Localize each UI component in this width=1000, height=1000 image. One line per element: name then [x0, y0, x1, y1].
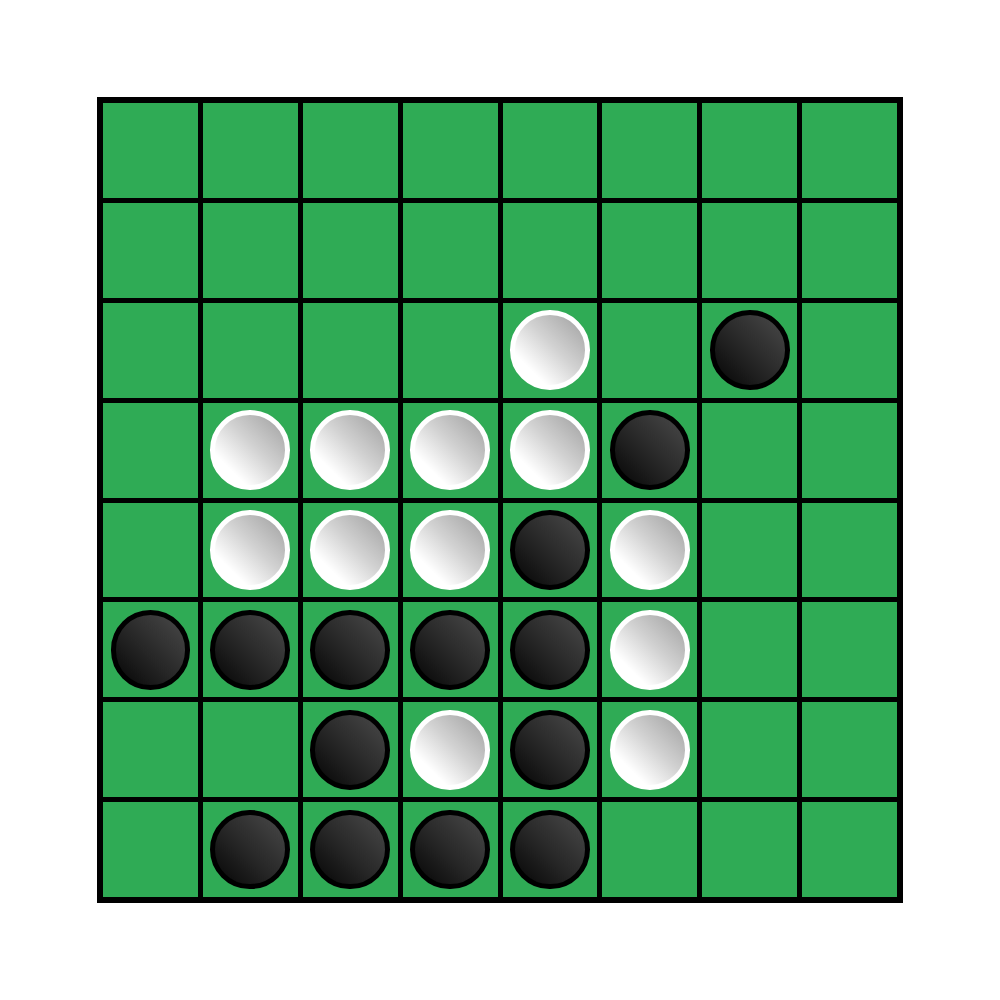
cell-a4[interactable]: [103, 403, 198, 498]
black-disc: [510, 610, 590, 690]
cell-d7[interactable]: [403, 702, 498, 797]
cell-d5[interactable]: [403, 503, 498, 598]
white-disc: [610, 610, 690, 690]
black-disc: [510, 810, 590, 890]
cell-c5[interactable]: [303, 503, 398, 598]
cell-e8[interactable]: [503, 802, 598, 897]
cell-e4[interactable]: [503, 403, 598, 498]
black-disc: [710, 310, 790, 390]
cell-e7[interactable]: [503, 702, 598, 797]
white-disc: [510, 310, 590, 390]
cell-c3[interactable]: [303, 303, 398, 398]
cell-a6[interactable]: [103, 602, 198, 697]
black-disc: [510, 710, 590, 790]
black-disc: [410, 610, 490, 690]
black-disc: [510, 510, 590, 590]
cell-f7[interactable]: [602, 702, 697, 797]
othello-board: [97, 97, 903, 903]
cell-g6[interactable]: [702, 602, 797, 697]
cell-h1[interactable]: [802, 103, 897, 198]
black-disc: [310, 810, 390, 890]
white-disc: [210, 510, 290, 590]
black-disc: [210, 810, 290, 890]
cell-b6[interactable]: [203, 602, 298, 697]
white-disc: [510, 410, 590, 490]
cell-c1[interactable]: [303, 103, 398, 198]
black-disc: [210, 610, 290, 690]
black-disc: [410, 810, 490, 890]
cell-h6[interactable]: [802, 602, 897, 697]
cell-g8[interactable]: [702, 802, 797, 897]
cell-d3[interactable]: [403, 303, 498, 398]
cell-h2[interactable]: [802, 203, 897, 298]
cell-b7[interactable]: [203, 702, 298, 797]
black-disc: [111, 610, 191, 690]
cell-e6[interactable]: [503, 602, 598, 697]
cell-d8[interactable]: [403, 802, 498, 897]
cell-h4[interactable]: [802, 403, 897, 498]
cell-h5[interactable]: [802, 503, 897, 598]
cell-b1[interactable]: [203, 103, 298, 198]
cell-d6[interactable]: [403, 602, 498, 697]
cell-d4[interactable]: [403, 403, 498, 498]
cell-e3[interactable]: [503, 303, 598, 398]
white-disc: [410, 710, 490, 790]
cell-h7[interactable]: [802, 702, 897, 797]
cell-f1[interactable]: [602, 103, 697, 198]
cell-g5[interactable]: [702, 503, 797, 598]
cell-b3[interactable]: [203, 303, 298, 398]
black-disc: [310, 710, 390, 790]
white-disc: [610, 710, 690, 790]
cell-f6[interactable]: [602, 602, 697, 697]
cell-a1[interactable]: [103, 103, 198, 198]
cell-f8[interactable]: [602, 802, 697, 897]
cell-g7[interactable]: [702, 702, 797, 797]
cell-h3[interactable]: [802, 303, 897, 398]
cell-h8[interactable]: [802, 802, 897, 897]
cell-e1[interactable]: [503, 103, 598, 198]
cell-c6[interactable]: [303, 602, 398, 697]
cell-a5[interactable]: [103, 503, 198, 598]
cell-d2[interactable]: [403, 203, 498, 298]
cell-a7[interactable]: [103, 702, 198, 797]
cell-f5[interactable]: [602, 503, 697, 598]
cell-b4[interactable]: [203, 403, 298, 498]
black-disc: [310, 610, 390, 690]
cell-b8[interactable]: [203, 802, 298, 897]
cell-f2[interactable]: [602, 203, 697, 298]
cell-g1[interactable]: [702, 103, 797, 198]
cell-c4[interactable]: [303, 403, 398, 498]
cell-b5[interactable]: [203, 503, 298, 598]
cell-e2[interactable]: [503, 203, 598, 298]
cell-f4[interactable]: [602, 403, 697, 498]
cell-a3[interactable]: [103, 303, 198, 398]
white-disc: [410, 410, 490, 490]
cell-g3[interactable]: [702, 303, 797, 398]
cell-c7[interactable]: [303, 702, 398, 797]
white-disc: [410, 510, 490, 590]
cell-c8[interactable]: [303, 802, 398, 897]
white-disc: [210, 410, 290, 490]
cell-c2[interactable]: [303, 203, 398, 298]
cell-a8[interactable]: [103, 802, 198, 897]
cell-f3[interactable]: [602, 303, 697, 398]
cell-e5[interactable]: [503, 503, 598, 598]
cell-d1[interactable]: [403, 103, 498, 198]
cell-g4[interactable]: [702, 403, 797, 498]
white-disc: [310, 410, 390, 490]
white-disc: [610, 510, 690, 590]
black-disc: [610, 410, 690, 490]
page-background: [0, 0, 1000, 1000]
white-disc: [310, 510, 390, 590]
cell-g2[interactable]: [702, 203, 797, 298]
cell-a2[interactable]: [103, 203, 198, 298]
cell-b2[interactable]: [203, 203, 298, 298]
